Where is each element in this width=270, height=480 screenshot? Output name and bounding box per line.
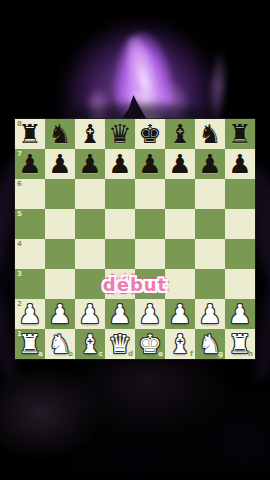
square-e6[interactable] (135, 179, 165, 209)
square-h4[interactable] (225, 239, 255, 269)
piece-white-pawn[interactable]: ♟ (138, 299, 161, 329)
square-g6[interactable] (195, 179, 225, 209)
square-d6[interactable] (105, 179, 135, 209)
piece-white-pawn[interactable]: ♟ (168, 299, 191, 329)
square-b1[interactable]: b♞ (45, 329, 75, 359)
square-f7[interactable]: ♟ (165, 149, 195, 179)
rank-label-5: 5 (17, 210, 22, 218)
square-b6[interactable] (45, 179, 75, 209)
square-b2[interactable]: ♟ (45, 299, 75, 329)
square-f5[interactable] (165, 209, 195, 239)
piece-white-bishop[interactable]: ♝ (168, 329, 191, 359)
square-h6[interactable] (225, 179, 255, 209)
chess-board: 8♜♞♝♛♚♝♞♜7♟♟♟♟♟♟♟♟65432♟♟♟♟♟♟♟♟1a♜b♞c♝d♛… (15, 119, 255, 359)
square-g8[interactable]: ♞ (195, 119, 225, 149)
square-f4[interactable] (165, 239, 195, 269)
file-label-f: f (190, 350, 193, 358)
square-g2[interactable]: ♟ (195, 299, 225, 329)
square-d5[interactable] (105, 209, 135, 239)
file-label-h: h (248, 350, 253, 358)
square-a2[interactable]: 2♟ (15, 299, 45, 329)
square-c1[interactable]: c♝ (75, 329, 105, 359)
piece-black-pawn[interactable]: ♟ (198, 149, 221, 179)
file-label-e: e (158, 350, 163, 358)
piece-black-bishop[interactable]: ♝ (78, 119, 101, 149)
piece-white-pawn[interactable]: ♟ (48, 299, 71, 329)
square-b7[interactable]: ♟ (45, 149, 75, 179)
video-frame: 8♜♞♝♛♚♝♞♜7♟♟♟♟♟♟♟♟65432♟♟♟♟♟♟♟♟1a♜b♞c♝d♛… (0, 0, 270, 480)
piece-black-knight[interactable]: ♞ (198, 119, 221, 149)
square-e8[interactable]: ♚ (135, 119, 165, 149)
square-a4[interactable]: 4 (15, 239, 45, 269)
rank-label-7: 7 (17, 150, 22, 158)
piece-white-pawn[interactable]: ♟ (78, 299, 101, 329)
square-e2[interactable]: ♟ (135, 299, 165, 329)
square-e7[interactable]: ♟ (135, 149, 165, 179)
piece-black-pawn[interactable]: ♟ (78, 149, 101, 179)
square-b4[interactable] (45, 239, 75, 269)
rank-label-1: 1 (17, 330, 22, 338)
square-a5[interactable]: 5 (15, 209, 45, 239)
piece-black-knight[interactable]: ♞ (48, 119, 71, 149)
square-f1[interactable]: f♝ (165, 329, 195, 359)
piece-black-rook[interactable]: ♜ (228, 119, 251, 149)
square-e5[interactable] (135, 209, 165, 239)
square-h5[interactable] (225, 209, 255, 239)
piece-white-pawn[interactable]: ♟ (198, 299, 221, 329)
rank-label-6: 6 (17, 180, 22, 188)
square-c8[interactable]: ♝ (75, 119, 105, 149)
piece-black-pawn[interactable]: ♟ (48, 149, 71, 179)
square-c4[interactable] (75, 239, 105, 269)
square-f2[interactable]: ♟ (165, 299, 195, 329)
opening-phase-label: début (0, 274, 270, 295)
square-c5[interactable] (75, 209, 105, 239)
square-d8[interactable]: ♛ (105, 119, 135, 149)
square-c6[interactable] (75, 179, 105, 209)
square-b5[interactable] (45, 209, 75, 239)
rank-label-8: 8 (17, 120, 22, 128)
file-label-b: b (68, 350, 73, 358)
square-d1[interactable]: d♛ (105, 329, 135, 359)
square-h7[interactable]: ♟ (225, 149, 255, 179)
file-label-g: g (218, 350, 223, 358)
piece-black-pawn[interactable]: ♟ (138, 149, 161, 179)
square-h2[interactable]: ♟ (225, 299, 255, 329)
square-a8[interactable]: 8♜ (15, 119, 45, 149)
letterbox-bar (0, 473, 270, 480)
piece-black-pawn[interactable]: ♟ (168, 149, 191, 179)
square-g7[interactable]: ♟ (195, 149, 225, 179)
square-g5[interactable] (195, 209, 225, 239)
piece-black-king[interactable]: ♚ (138, 119, 161, 149)
piece-white-pawn[interactable]: ♟ (228, 299, 251, 329)
square-f6[interactable] (165, 179, 195, 209)
square-c2[interactable]: ♟ (75, 299, 105, 329)
square-g1[interactable]: g♞ (195, 329, 225, 359)
square-a6[interactable]: 6 (15, 179, 45, 209)
piece-black-pawn[interactable]: ♟ (108, 149, 131, 179)
square-e1[interactable]: e♚ (135, 329, 165, 359)
square-d7[interactable]: ♟ (105, 149, 135, 179)
square-d4[interactable] (105, 239, 135, 269)
piece-black-pawn[interactable]: ♟ (228, 149, 251, 179)
square-a7[interactable]: 7♟ (15, 149, 45, 179)
file-label-c: c (99, 350, 103, 358)
rank-label-2: 2 (17, 300, 22, 308)
piece-black-queen[interactable]: ♛ (108, 119, 131, 149)
square-g4[interactable] (195, 239, 225, 269)
square-f8[interactable]: ♝ (165, 119, 195, 149)
square-e4[interactable] (135, 239, 165, 269)
piece-white-pawn[interactable]: ♟ (108, 299, 131, 329)
file-label-a: a (38, 350, 43, 358)
rank-label-4: 4 (17, 240, 22, 248)
square-h8[interactable]: ♜ (225, 119, 255, 149)
square-a1[interactable]: 1a♜ (15, 329, 45, 359)
square-h1[interactable]: h♜ (225, 329, 255, 359)
square-d2[interactable]: ♟ (105, 299, 135, 329)
piece-black-bishop[interactable]: ♝ (168, 119, 191, 149)
square-b8[interactable]: ♞ (45, 119, 75, 149)
file-label-d: d (128, 350, 133, 358)
square-c7[interactable]: ♟ (75, 149, 105, 179)
